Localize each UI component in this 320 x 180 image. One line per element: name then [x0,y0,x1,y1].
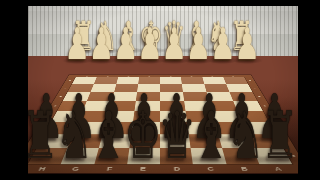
piece-glyph: ♟ [234,23,259,67]
piece-glyph: ♟ [162,23,187,67]
photo-content: HGFEDCBA ♜♞♝♛♚♝♞♜♟♟♟♟♟♟♟♟♟♟♟♟♟♟♟♟♜♞♝♛♚♝♞… [28,6,298,174]
pieces-layer: ♜♞♝♛♚♝♞♜♟♟♟♟♟♟♟♟♟♟♟♟♟♟♟♟♜♞♝♛♚♝♞♜ [28,6,298,174]
piece-glyph: ♟ [137,23,162,67]
video-frame: HGFEDCBA ♜♞♝♛♚♝♞♜♟♟♟♟♟♟♟♟♟♟♟♟♟♟♟♟♜♞♝♛♚♝♞… [0,0,320,180]
piece-glyph: ♜ [28,104,59,169]
piece-glyph: ♟ [64,23,89,67]
